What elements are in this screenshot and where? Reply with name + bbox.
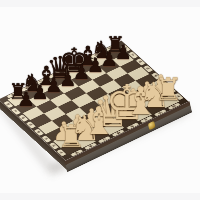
product-photo: ABCDEFGH8877665544332211ABCDEFGH ♜♞♝♛♚♝♞… <box>0 0 200 200</box>
piece-white-rook[interactable]: ♜ <box>155 74 183 105</box>
pieces-layer: ♜♞♝♛♚♝♞♜♟♟♟♟♟♟♟♟♟♟♟♟♟♟♟♟♜♞♝♛♚♝♞♜ <box>0 0 200 200</box>
piece-black-pawn[interactable]: ♟ <box>114 43 131 63</box>
